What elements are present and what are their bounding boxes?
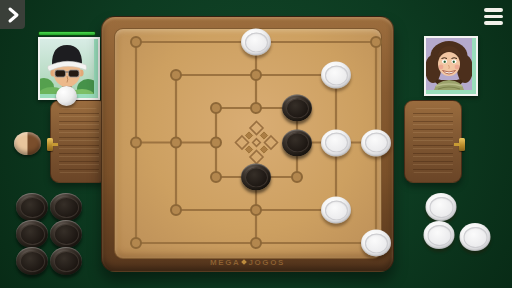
- board-point-b6[interactable]: [171, 70, 181, 80]
- back-button[interactable]: [0, 0, 25, 29]
- white-piece-f6[interactable]: [321, 62, 351, 89]
- board-point-d6[interactable]: [251, 70, 261, 80]
- black-piece-e5[interactable]: [282, 95, 312, 122]
- two-tone-piece-icon[interactable]: [14, 132, 41, 155]
- center-motif-diamond: [265, 136, 278, 149]
- white-piece-g4[interactable]: [361, 129, 391, 156]
- white-piece-f4[interactable]: [321, 129, 351, 156]
- center-motif-diamond: [253, 139, 261, 147]
- black-piece-d3[interactable]: [241, 164, 271, 191]
- board-point-a1[interactable]: [131, 238, 141, 248]
- white-piece-d7[interactable]: [241, 29, 271, 56]
- player-left-white-piece-indicator: [56, 86, 77, 106]
- gold-clasp-icon: [47, 138, 53, 151]
- hamburger-icon: [484, 15, 503, 19]
- menu-button[interactable]: [484, 8, 503, 25]
- player-right-avatar[interactable]: [424, 36, 478, 96]
- tray-black-piece[interactable]: [16, 193, 48, 221]
- player-left-timer-bar: [38, 31, 96, 36]
- board-point-c5[interactable]: [211, 103, 221, 113]
- tray-black-piece[interactable]: [50, 193, 82, 221]
- white-piece-f2[interactable]: [321, 197, 351, 224]
- center-motif-diamond: [260, 146, 267, 153]
- hamburger-icon: [484, 21, 503, 25]
- board-point-g7[interactable]: [371, 37, 381, 47]
- game-screen: MEGAJOGOS: [0, 0, 512, 288]
- tray-black-piece[interactable]: [50, 247, 82, 275]
- board-point-d5[interactable]: [251, 103, 261, 113]
- tray-white-piece[interactable]: [426, 193, 457, 221]
- woman-avatar-image: [426, 38, 472, 90]
- watermark: MEGAJOGOS: [102, 257, 393, 268]
- tray-black-piece[interactable]: [50, 220, 82, 248]
- center-motif-diamond: [250, 151, 263, 164]
- chevron-right-icon: [4, 5, 22, 25]
- board-point-c3[interactable]: [211, 172, 221, 182]
- tray-black-piece[interactable]: [16, 247, 48, 275]
- board: MEGAJOGOS: [101, 16, 394, 272]
- diamond-icon: [242, 260, 248, 266]
- hamburger-icon: [484, 8, 503, 12]
- board-left-handle: [50, 100, 108, 183]
- tray-black-piece[interactable]: [16, 220, 48, 248]
- black-piece-e4[interactable]: [282, 129, 312, 156]
- board-point-b2[interactable]: [171, 205, 181, 215]
- center-motif-diamond: [250, 122, 263, 135]
- gold-clasp-icon: [459, 138, 465, 151]
- tray-white-piece[interactable]: [460, 223, 491, 251]
- center-motif-diamond: [245, 146, 252, 153]
- board-point-a4[interactable]: [131, 138, 141, 148]
- board-surface[interactable]: [114, 28, 382, 259]
- board-point-d1[interactable]: [251, 238, 261, 248]
- board-right-handle: [404, 100, 462, 183]
- center-motif-diamond: [245, 132, 252, 139]
- board-point-b4[interactable]: [171, 138, 181, 148]
- board-point-e3[interactable]: [292, 172, 302, 182]
- center-motif-diamond: [236, 136, 249, 149]
- center-motif-diamond: [260, 132, 267, 139]
- board-point-c4[interactable]: [211, 138, 221, 148]
- board-point-a7[interactable]: [131, 37, 141, 47]
- white-piece-g1[interactable]: [361, 230, 391, 257]
- board-point-d2[interactable]: [251, 205, 261, 215]
- tray-white-piece[interactable]: [424, 221, 455, 249]
